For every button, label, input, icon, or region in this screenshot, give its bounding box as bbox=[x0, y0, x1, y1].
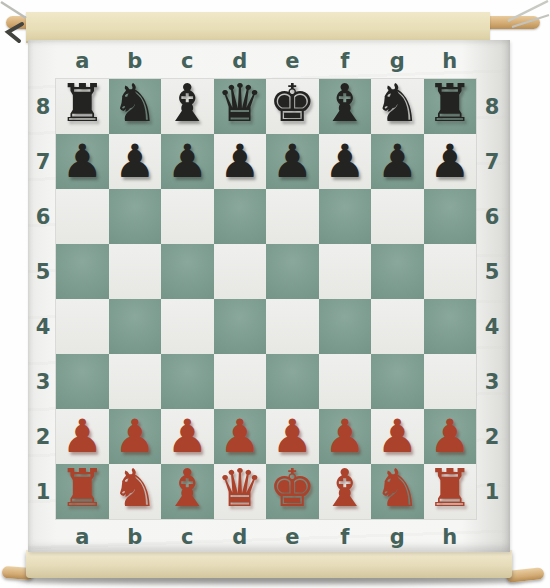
piece-red-knight-g1[interactable]: ♞ bbox=[371, 458, 424, 519]
piece-red-pawn-a2[interactable]: ♟ bbox=[56, 407, 109, 464]
piece-black-bishop-f8[interactable]: ♝ bbox=[319, 73, 372, 134]
square-e6[interactable] bbox=[266, 189, 319, 244]
chess-board[interactable]: ♜♞♝♛♚♝♞♜♟♟♟♟♟♟♟♟♟♟♟♟♟♟♟♟♜♞♝♛♚♝♞♜ bbox=[56, 79, 476, 519]
rank-label-4: 4 bbox=[30, 299, 56, 354]
square-a2[interactable]: ♟ bbox=[56, 409, 109, 464]
file-label-c: c bbox=[161, 522, 214, 552]
piece-black-rook-h8[interactable]: ♜ bbox=[424, 73, 477, 134]
square-b7[interactable]: ♟ bbox=[109, 134, 162, 189]
square-h7[interactable]: ♟ bbox=[424, 134, 477, 189]
rank-label-8: 8 bbox=[476, 79, 508, 134]
square-g5[interactable] bbox=[371, 244, 424, 299]
piece-black-pawn-c7[interactable]: ♟ bbox=[161, 132, 214, 189]
square-c4[interactable] bbox=[161, 299, 214, 354]
rank-label-5: 5 bbox=[30, 244, 56, 299]
square-h4[interactable] bbox=[424, 299, 477, 354]
demo-chess-board-photo: abcdefgh 87654321 ♜♞♝♛♚♝♞♜♟♟♟♟♟♟♟♟♟♟♟♟♟♟… bbox=[0, 0, 550, 588]
piece-red-rook-a1[interactable]: ♜ bbox=[56, 458, 109, 519]
piece-red-pawn-c2[interactable]: ♟ bbox=[161, 407, 214, 464]
square-f3[interactable] bbox=[319, 354, 372, 409]
rank-label-2: 2 bbox=[476, 409, 508, 464]
piece-red-pawn-d2[interactable]: ♟ bbox=[214, 407, 267, 464]
rank-label-5: 5 bbox=[476, 244, 508, 299]
file-label-a: a bbox=[56, 46, 109, 76]
piece-black-pawn-a7[interactable]: ♟ bbox=[56, 132, 109, 189]
file-labels-bottom: abcdefgh bbox=[56, 522, 476, 552]
rank-label-6: 6 bbox=[476, 189, 508, 244]
file-label-h: h bbox=[424, 46, 477, 76]
square-c8[interactable]: ♝ bbox=[161, 79, 214, 134]
square-g1[interactable]: ♞ bbox=[371, 464, 424, 519]
square-g3[interactable] bbox=[371, 354, 424, 409]
square-c5[interactable] bbox=[161, 244, 214, 299]
file-label-a: a bbox=[56, 522, 109, 552]
piece-red-pawn-f2[interactable]: ♟ bbox=[319, 407, 372, 464]
square-a3[interactable] bbox=[56, 354, 109, 409]
piece-red-pawn-e2[interactable]: ♟ bbox=[266, 407, 319, 464]
piece-red-pawn-b2[interactable]: ♟ bbox=[109, 407, 162, 464]
piece-black-rook-a8[interactable]: ♜ bbox=[56, 73, 109, 134]
file-labels-top: abcdefgh bbox=[56, 46, 476, 76]
rank-label-2: 2 bbox=[30, 409, 56, 464]
piece-red-pawn-h2[interactable]: ♟ bbox=[424, 407, 477, 464]
square-a8[interactable]: ♜ bbox=[56, 79, 109, 134]
square-f1[interactable]: ♝ bbox=[319, 464, 372, 519]
piece-red-queen-d1[interactable]: ♛ bbox=[214, 458, 267, 519]
piece-black-queen-d8[interactable]: ♛ bbox=[214, 73, 267, 134]
rank-label-6: 6 bbox=[30, 189, 56, 244]
piece-black-bishop-c8[interactable]: ♝ bbox=[161, 73, 214, 134]
rank-label-1: 1 bbox=[30, 464, 56, 519]
piece-red-knight-b1[interactable]: ♞ bbox=[109, 458, 162, 519]
piece-black-pawn-b7[interactable]: ♟ bbox=[109, 132, 162, 189]
square-g2[interactable]: ♟ bbox=[371, 409, 424, 464]
file-label-b: b bbox=[109, 522, 162, 552]
piece-red-king-e1[interactable]: ♚ bbox=[266, 458, 319, 519]
square-b3[interactable] bbox=[109, 354, 162, 409]
square-d6[interactable] bbox=[214, 189, 267, 244]
square-d5[interactable] bbox=[214, 244, 267, 299]
square-c6[interactable] bbox=[161, 189, 214, 244]
square-a7[interactable]: ♟ bbox=[56, 134, 109, 189]
rank-label-3: 3 bbox=[30, 354, 56, 409]
square-c2[interactable]: ♟ bbox=[161, 409, 214, 464]
square-f6[interactable] bbox=[319, 189, 372, 244]
file-label-b: b bbox=[109, 46, 162, 76]
file-label-e: e bbox=[266, 522, 319, 552]
vinyl-banner: abcdefgh 87654321 ♜♞♝♛♚♝♞♜♟♟♟♟♟♟♟♟♟♟♟♟♟♟… bbox=[28, 40, 510, 552]
piece-black-pawn-d7[interactable]: ♟ bbox=[214, 132, 267, 189]
square-f7[interactable]: ♟ bbox=[319, 134, 372, 189]
rank-label-3: 3 bbox=[476, 354, 508, 409]
file-label-f: f bbox=[319, 46, 372, 76]
square-e7[interactable]: ♟ bbox=[266, 134, 319, 189]
square-h8[interactable]: ♜ bbox=[424, 79, 477, 134]
file-label-f: f bbox=[319, 522, 372, 552]
square-c7[interactable]: ♟ bbox=[161, 134, 214, 189]
rank-label-7: 7 bbox=[30, 134, 56, 189]
drop-shadow bbox=[18, 578, 524, 585]
rank-labels-left: 87654321 bbox=[30, 79, 56, 519]
square-a1[interactable]: ♜ bbox=[56, 464, 109, 519]
piece-black-knight-g8[interactable]: ♞ bbox=[371, 73, 424, 134]
square-f5[interactable] bbox=[319, 244, 372, 299]
square-f8[interactable]: ♝ bbox=[319, 79, 372, 134]
square-b5[interactable] bbox=[109, 244, 162, 299]
square-d1[interactable]: ♛ bbox=[214, 464, 267, 519]
square-d4[interactable] bbox=[214, 299, 267, 354]
square-e1[interactable]: ♚ bbox=[266, 464, 319, 519]
square-b6[interactable] bbox=[109, 189, 162, 244]
rank-label-4: 4 bbox=[476, 299, 508, 354]
square-d3[interactable] bbox=[214, 354, 267, 409]
file-label-c: c bbox=[161, 46, 214, 76]
square-c3[interactable] bbox=[161, 354, 214, 409]
square-b2[interactable]: ♟ bbox=[109, 409, 162, 464]
square-g7[interactable]: ♟ bbox=[371, 134, 424, 189]
square-a5[interactable] bbox=[56, 244, 109, 299]
piece-black-pawn-e7[interactable]: ♟ bbox=[266, 132, 319, 189]
piece-black-king-e8[interactable]: ♚ bbox=[266, 73, 319, 134]
square-h1[interactable]: ♜ bbox=[424, 464, 477, 519]
piece-black-pawn-h7[interactable]: ♟ bbox=[424, 132, 477, 189]
piece-black-knight-b8[interactable]: ♞ bbox=[109, 73, 162, 134]
file-label-g: g bbox=[371, 46, 424, 76]
square-h2[interactable]: ♟ bbox=[424, 409, 477, 464]
square-e5[interactable] bbox=[266, 244, 319, 299]
square-g4[interactable] bbox=[371, 299, 424, 354]
piece-red-bishop-c1[interactable]: ♝ bbox=[161, 458, 214, 519]
square-b8[interactable]: ♞ bbox=[109, 79, 162, 134]
file-label-h: h bbox=[424, 522, 477, 552]
square-f4[interactable] bbox=[319, 299, 372, 354]
file-label-d: d bbox=[214, 522, 267, 552]
square-g8[interactable]: ♞ bbox=[371, 79, 424, 134]
square-c1[interactable]: ♝ bbox=[161, 464, 214, 519]
square-b4[interactable] bbox=[109, 299, 162, 354]
file-label-g: g bbox=[371, 522, 424, 552]
square-a6[interactable] bbox=[56, 189, 109, 244]
bottom-fabric-band bbox=[26, 550, 512, 578]
piece-black-pawn-g7[interactable]: ♟ bbox=[371, 132, 424, 189]
square-f2[interactable]: ♟ bbox=[319, 409, 372, 464]
square-e4[interactable] bbox=[266, 299, 319, 354]
rank-label-1: 1 bbox=[476, 464, 508, 519]
rank-label-7: 7 bbox=[476, 134, 508, 189]
piece-red-bishop-f1[interactable]: ♝ bbox=[319, 458, 372, 519]
piece-red-pawn-g2[interactable]: ♟ bbox=[371, 407, 424, 464]
rank-label-8: 8 bbox=[30, 79, 56, 134]
square-b1[interactable]: ♞ bbox=[109, 464, 162, 519]
square-d2[interactable]: ♟ bbox=[214, 409, 267, 464]
top-fabric-band bbox=[26, 12, 490, 43]
square-a4[interactable] bbox=[56, 299, 109, 354]
square-d8[interactable]: ♛ bbox=[214, 79, 267, 134]
square-h6[interactable] bbox=[424, 189, 477, 244]
square-e3[interactable] bbox=[266, 354, 319, 409]
square-h5[interactable] bbox=[424, 244, 477, 299]
square-h3[interactable] bbox=[424, 354, 477, 409]
square-d7[interactable]: ♟ bbox=[214, 134, 267, 189]
square-e8[interactable]: ♚ bbox=[266, 79, 319, 134]
piece-black-pawn-f7[interactable]: ♟ bbox=[319, 132, 372, 189]
file-label-d: d bbox=[214, 46, 267, 76]
file-label-e: e bbox=[266, 46, 319, 76]
square-g6[interactable] bbox=[371, 189, 424, 244]
rank-labels-right: 87654321 bbox=[476, 79, 508, 519]
square-e2[interactable]: ♟ bbox=[266, 409, 319, 464]
piece-red-rook-h1[interactable]: ♜ bbox=[424, 458, 477, 519]
